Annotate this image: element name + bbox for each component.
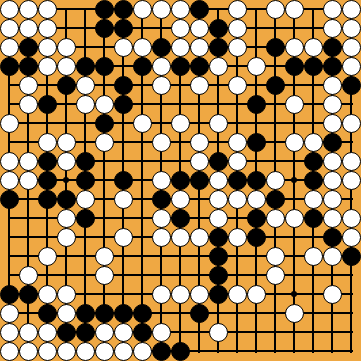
black-stone[interactable] xyxy=(133,57,152,76)
white-stone[interactable] xyxy=(323,152,342,171)
white-stone[interactable] xyxy=(57,285,76,304)
white-stone[interactable] xyxy=(19,76,38,95)
white-stone[interactable] xyxy=(209,209,228,228)
white-stone[interactable] xyxy=(114,342,133,361)
white-stone[interactable] xyxy=(228,285,247,304)
white-stone[interactable] xyxy=(247,285,266,304)
white-stone[interactable] xyxy=(342,209,361,228)
white-stone[interactable] xyxy=(152,285,171,304)
black-stone[interactable] xyxy=(209,38,228,57)
white-stone[interactable] xyxy=(95,342,114,361)
white-stone[interactable] xyxy=(57,304,76,323)
white-stone[interactable] xyxy=(57,342,76,361)
white-stone[interactable] xyxy=(228,19,247,38)
black-stone[interactable] xyxy=(247,171,266,190)
white-stone[interactable] xyxy=(342,152,361,171)
black-stone[interactable] xyxy=(190,171,209,190)
white-stone[interactable] xyxy=(57,209,76,228)
white-stone[interactable] xyxy=(304,190,323,209)
white-stone[interactable] xyxy=(95,323,114,342)
black-stone[interactable] xyxy=(247,228,266,247)
black-stone[interactable] xyxy=(95,19,114,38)
white-stone[interactable] xyxy=(285,304,304,323)
white-stone[interactable] xyxy=(209,171,228,190)
black-stone[interactable] xyxy=(95,304,114,323)
black-stone[interactable] xyxy=(323,133,342,152)
white-stone[interactable] xyxy=(0,152,19,171)
black-stone[interactable] xyxy=(171,209,190,228)
black-stone[interactable] xyxy=(38,190,57,209)
black-stone[interactable] xyxy=(266,190,285,209)
black-stone[interactable] xyxy=(209,247,228,266)
white-stone[interactable] xyxy=(133,38,152,57)
white-stone[interactable] xyxy=(342,19,361,38)
white-stone[interactable] xyxy=(95,266,114,285)
black-stone[interactable] xyxy=(247,133,266,152)
white-stone[interactable] xyxy=(228,0,247,19)
white-stone[interactable] xyxy=(190,19,209,38)
white-stone[interactable] xyxy=(323,114,342,133)
white-stone[interactable] xyxy=(285,0,304,19)
white-stone[interactable] xyxy=(57,133,76,152)
white-stone[interactable] xyxy=(285,209,304,228)
white-stone[interactable] xyxy=(190,38,209,57)
white-stone[interactable] xyxy=(285,133,304,152)
white-stone[interactable] xyxy=(304,38,323,57)
white-stone[interactable] xyxy=(152,57,171,76)
white-stone[interactable] xyxy=(152,323,171,342)
white-stone[interactable] xyxy=(95,247,114,266)
black-stone[interactable] xyxy=(19,38,38,57)
black-stone[interactable] xyxy=(133,304,152,323)
black-stone[interactable] xyxy=(95,57,114,76)
black-stone[interactable] xyxy=(38,152,57,171)
black-stone[interactable] xyxy=(19,57,38,76)
black-stone[interactable] xyxy=(57,190,76,209)
white-stone[interactable] xyxy=(133,0,152,19)
white-stone[interactable] xyxy=(323,285,342,304)
white-stone[interactable] xyxy=(76,95,95,114)
white-stone[interactable] xyxy=(0,171,19,190)
white-stone[interactable] xyxy=(0,304,19,323)
white-stone[interactable] xyxy=(285,38,304,57)
black-stone[interactable] xyxy=(190,57,209,76)
white-stone[interactable] xyxy=(19,323,38,342)
white-stone[interactable] xyxy=(285,95,304,114)
black-stone[interactable] xyxy=(304,209,323,228)
white-stone[interactable] xyxy=(57,152,76,171)
black-stone[interactable] xyxy=(0,190,19,209)
white-stone[interactable] xyxy=(19,266,38,285)
white-stone[interactable] xyxy=(228,76,247,95)
white-stone[interactable] xyxy=(0,0,19,19)
white-stone[interactable] xyxy=(38,247,57,266)
white-stone[interactable] xyxy=(19,171,38,190)
white-stone[interactable] xyxy=(342,114,361,133)
black-stone[interactable] xyxy=(152,342,171,361)
white-stone[interactable] xyxy=(152,0,171,19)
white-stone[interactable] xyxy=(0,19,19,38)
white-stone[interactable] xyxy=(323,95,342,114)
white-stone[interactable] xyxy=(57,38,76,57)
star-point xyxy=(63,177,69,183)
black-stone[interactable] xyxy=(304,152,323,171)
black-stone[interactable] xyxy=(57,76,76,95)
white-stone[interactable] xyxy=(152,133,171,152)
go-board[interactable] xyxy=(0,0,361,361)
white-stone[interactable] xyxy=(171,38,190,57)
black-stone[interactable] xyxy=(190,304,209,323)
black-stone[interactable] xyxy=(76,209,95,228)
white-stone[interactable] xyxy=(133,114,152,133)
black-stone[interactable] xyxy=(190,0,209,19)
white-stone[interactable] xyxy=(114,190,133,209)
black-stone[interactable] xyxy=(247,95,266,114)
white-stone[interactable] xyxy=(0,114,19,133)
black-stone[interactable] xyxy=(76,323,95,342)
black-stone[interactable] xyxy=(76,304,95,323)
white-stone[interactable] xyxy=(38,285,57,304)
white-stone[interactable] xyxy=(57,228,76,247)
white-stone[interactable] xyxy=(342,228,361,247)
black-stone[interactable] xyxy=(0,57,19,76)
white-stone[interactable] xyxy=(228,152,247,171)
white-stone[interactable] xyxy=(0,342,19,361)
white-stone[interactable] xyxy=(209,114,228,133)
white-stone[interactable] xyxy=(190,133,209,152)
black-stone[interactable] xyxy=(209,228,228,247)
black-stone[interactable] xyxy=(323,57,342,76)
white-stone[interactable] xyxy=(38,133,57,152)
white-stone[interactable] xyxy=(266,266,285,285)
black-stone[interactable] xyxy=(133,323,152,342)
white-stone[interactable] xyxy=(190,76,209,95)
white-stone[interactable] xyxy=(171,114,190,133)
white-stone[interactable] xyxy=(19,0,38,19)
black-stone[interactable] xyxy=(0,285,19,304)
black-stone[interactable] xyxy=(266,38,285,57)
black-stone[interactable] xyxy=(76,171,95,190)
black-stone[interactable] xyxy=(323,38,342,57)
black-stone[interactable] xyxy=(342,76,361,95)
black-stone[interactable] xyxy=(95,0,114,19)
star-point xyxy=(291,291,297,297)
black-stone[interactable] xyxy=(114,171,133,190)
black-stone[interactable] xyxy=(171,171,190,190)
black-stone[interactable] xyxy=(38,95,57,114)
white-stone[interactable] xyxy=(76,342,95,361)
white-stone[interactable] xyxy=(38,0,57,19)
white-stone[interactable] xyxy=(171,228,190,247)
white-stone[interactable] xyxy=(38,323,57,342)
white-stone[interactable] xyxy=(247,57,266,76)
white-stone[interactable] xyxy=(228,38,247,57)
white-stone[interactable] xyxy=(304,247,323,266)
black-stone[interactable] xyxy=(209,285,228,304)
white-stone[interactable] xyxy=(266,209,285,228)
white-stone[interactable] xyxy=(209,57,228,76)
white-stone[interactable] xyxy=(114,228,133,247)
white-stone[interactable] xyxy=(114,323,133,342)
white-stone[interactable] xyxy=(38,342,57,361)
black-stone[interactable] xyxy=(57,323,76,342)
white-stone[interactable] xyxy=(266,0,285,19)
black-stone[interactable] xyxy=(247,209,266,228)
white-stone[interactable] xyxy=(323,171,342,190)
white-stone[interactable] xyxy=(19,342,38,361)
white-stone[interactable] xyxy=(76,76,95,95)
black-stone[interactable] xyxy=(342,247,361,266)
black-stone[interactable] xyxy=(114,76,133,95)
white-stone[interactable] xyxy=(19,95,38,114)
white-stone[interactable] xyxy=(323,190,342,209)
white-stone[interactable] xyxy=(171,285,190,304)
white-stone[interactable] xyxy=(57,57,76,76)
white-stone[interactable] xyxy=(152,76,171,95)
white-stone[interactable] xyxy=(247,190,266,209)
white-stone[interactable] xyxy=(0,38,19,57)
black-stone[interactable] xyxy=(95,114,114,133)
white-stone[interactable] xyxy=(266,247,285,266)
black-stone[interactable] xyxy=(114,304,133,323)
black-stone[interactable] xyxy=(209,266,228,285)
white-stone[interactable] xyxy=(152,228,171,247)
black-stone[interactable] xyxy=(323,228,342,247)
black-stone[interactable] xyxy=(76,152,95,171)
white-stone[interactable] xyxy=(190,228,209,247)
white-stone[interactable] xyxy=(323,0,342,19)
white-stone[interactable] xyxy=(171,0,190,19)
black-stone[interactable] xyxy=(19,285,38,304)
white-stone[interactable] xyxy=(342,171,361,190)
black-stone[interactable] xyxy=(285,57,304,76)
white-stone[interactable] xyxy=(323,76,342,95)
white-stone[interactable] xyxy=(266,171,285,190)
white-stone[interactable] xyxy=(228,190,247,209)
black-stone[interactable] xyxy=(76,57,95,76)
white-stone[interactable] xyxy=(190,152,209,171)
black-stone[interactable] xyxy=(152,38,171,57)
white-stone[interactable] xyxy=(0,323,19,342)
white-stone[interactable] xyxy=(19,152,38,171)
white-stone[interactable] xyxy=(209,323,228,342)
white-stone[interactable] xyxy=(95,133,114,152)
white-stone[interactable] xyxy=(342,0,361,19)
black-stone[interactable] xyxy=(114,19,133,38)
white-stone[interactable] xyxy=(152,209,171,228)
black-stone[interactable] xyxy=(114,95,133,114)
black-stone[interactable] xyxy=(38,304,57,323)
white-stone[interactable] xyxy=(342,38,361,57)
white-stone[interactable] xyxy=(323,247,342,266)
black-stone[interactable] xyxy=(266,76,285,95)
black-stone[interactable] xyxy=(228,171,247,190)
white-stone[interactable] xyxy=(133,342,152,361)
white-stone[interactable] xyxy=(38,57,57,76)
black-stone[interactable] xyxy=(152,190,171,209)
white-stone[interactable] xyxy=(228,228,247,247)
black-stone[interactable] xyxy=(38,171,57,190)
white-stone[interactable] xyxy=(323,19,342,38)
white-stone[interactable] xyxy=(152,171,171,190)
white-stone[interactable] xyxy=(114,38,133,57)
white-stone[interactable] xyxy=(171,190,190,209)
black-stone[interactable] xyxy=(171,342,190,361)
white-stone[interactable] xyxy=(38,38,57,57)
black-stone[interactable] xyxy=(209,152,228,171)
star-point xyxy=(291,177,297,183)
white-stone[interactable] xyxy=(209,190,228,209)
white-stone[interactable] xyxy=(228,133,247,152)
white-stone[interactable] xyxy=(323,209,342,228)
white-stone[interactable] xyxy=(171,19,190,38)
black-stone[interactable] xyxy=(304,171,323,190)
white-stone[interactable] xyxy=(342,57,361,76)
white-stone[interactable] xyxy=(95,95,114,114)
white-stone[interactable] xyxy=(76,190,95,209)
white-stone[interactable] xyxy=(19,19,38,38)
black-stone[interactable] xyxy=(209,19,228,38)
black-stone[interactable] xyxy=(114,0,133,19)
black-stone[interactable] xyxy=(304,57,323,76)
white-stone[interactable] xyxy=(190,285,209,304)
white-stone[interactable] xyxy=(38,19,57,38)
black-stone[interactable] xyxy=(171,57,190,76)
white-stone[interactable] xyxy=(304,133,323,152)
